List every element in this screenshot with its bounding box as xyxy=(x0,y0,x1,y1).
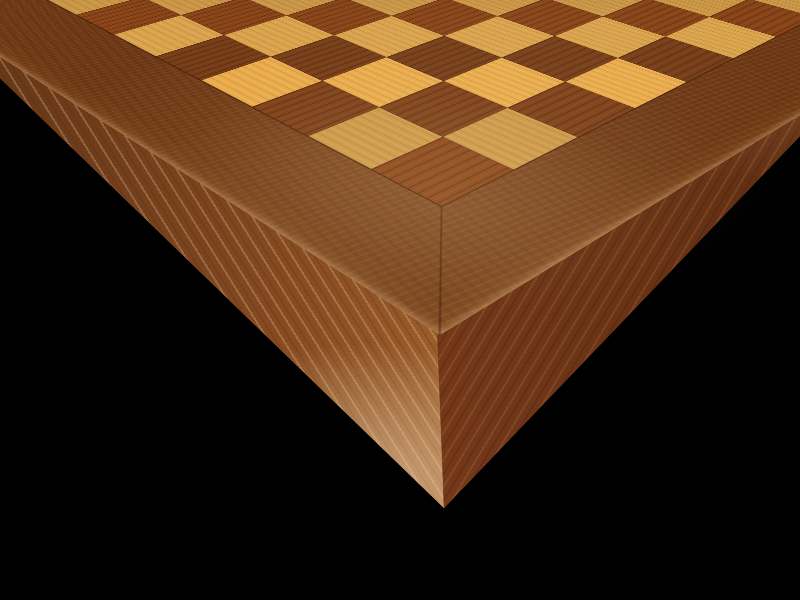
frame-miter-seam xyxy=(439,207,443,335)
stage xyxy=(0,0,800,600)
